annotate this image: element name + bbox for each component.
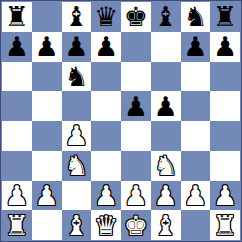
piece-black-knight: ♞ [183, 3, 207, 30]
square-f2[interactable]: ♟ [151, 181, 181, 211]
piece-white-knight: ♞ [154, 152, 178, 179]
square-f3[interactable]: ♞ [151, 151, 181, 181]
square-d7[interactable]: ♟ [91, 32, 121, 62]
square-b8[interactable] [32, 2, 62, 32]
piece-white-king: ♚ [124, 212, 148, 239]
piece-black-rook: ♜ [5, 3, 29, 30]
square-f5[interactable]: ♟ [151, 91, 181, 121]
square-h7[interactable]: ♟ [210, 32, 240, 62]
square-e2[interactable]: ♟ [121, 181, 151, 211]
square-g1[interactable] [181, 210, 211, 240]
square-b2[interactable]: ♟ [32, 181, 62, 211]
square-a4[interactable] [2, 121, 32, 151]
square-b3[interactable] [32, 151, 62, 181]
piece-white-pawn: ♟ [154, 182, 178, 209]
piece-black-knight: ♞ [64, 63, 88, 90]
piece-black-pawn: ♟ [94, 33, 118, 60]
square-h5[interactable] [210, 91, 240, 121]
square-f6[interactable] [151, 62, 181, 92]
square-g7[interactable]: ♟ [181, 32, 211, 62]
square-d3[interactable] [91, 151, 121, 181]
square-h3[interactable] [210, 151, 240, 181]
piece-black-bishop: ♝ [64, 3, 88, 30]
square-c8[interactable]: ♝ [62, 2, 92, 32]
piece-black-pawn: ♟ [5, 33, 29, 60]
square-e5[interactable]: ♟ [121, 91, 151, 121]
square-e4[interactable] [121, 121, 151, 151]
square-b1[interactable] [32, 210, 62, 240]
square-g6[interactable] [181, 62, 211, 92]
piece-white-bishop: ♝ [154, 212, 178, 239]
square-c7[interactable]: ♟ [62, 32, 92, 62]
square-h1[interactable]: ♜ [210, 210, 240, 240]
piece-black-rook: ♜ [213, 3, 237, 30]
piece-white-bishop: ♝ [64, 212, 88, 239]
square-h6[interactable] [210, 62, 240, 92]
square-a8[interactable]: ♜ [2, 2, 32, 32]
square-a7[interactable]: ♟ [2, 32, 32, 62]
square-f1[interactable]: ♝ [151, 210, 181, 240]
piece-white-pawn: ♟ [94, 182, 118, 209]
square-c4[interactable]: ♟ [62, 121, 92, 151]
piece-black-pawn: ♟ [154, 93, 178, 120]
piece-black-pawn: ♟ [213, 33, 237, 60]
square-a6[interactable] [2, 62, 32, 92]
chess-board-grid: ♜♝♛♚♝♞♜♟♟♟♟♟♟♞♟♟♟♞♞♟♟♟♟♟♟♟♜♝♛♚♝♜ [2, 2, 240, 240]
square-d8[interactable]: ♛ [91, 2, 121, 32]
square-g2[interactable]: ♟ [181, 181, 211, 211]
piece-white-pawn: ♟ [213, 182, 237, 209]
chess-board: ♜♝♛♚♝♞♜♟♟♟♟♟♟♞♟♟♟♞♞♟♟♟♟♟♟♟♜♝♛♚♝♜ [0, 0, 242, 242]
piece-black-pawn: ♟ [64, 33, 88, 60]
square-e1[interactable]: ♚ [121, 210, 151, 240]
square-d2[interactable]: ♟ [91, 181, 121, 211]
piece-white-knight: ♞ [64, 152, 88, 179]
square-h2[interactable]: ♟ [210, 181, 240, 211]
piece-black-queen: ♛ [94, 3, 118, 30]
piece-black-pawn: ♟ [124, 93, 148, 120]
square-h8[interactable]: ♜ [210, 2, 240, 32]
piece-white-rook: ♜ [213, 212, 237, 239]
square-f8[interactable]: ♝ [151, 2, 181, 32]
square-c2[interactable] [62, 181, 92, 211]
square-c5[interactable] [62, 91, 92, 121]
square-g4[interactable] [181, 121, 211, 151]
square-d1[interactable]: ♛ [91, 210, 121, 240]
square-b5[interactable] [32, 91, 62, 121]
square-b4[interactable] [32, 121, 62, 151]
square-e6[interactable] [121, 62, 151, 92]
square-d4[interactable] [91, 121, 121, 151]
square-a1[interactable]: ♜ [2, 210, 32, 240]
piece-white-rook: ♜ [5, 212, 29, 239]
piece-black-bishop: ♝ [154, 3, 178, 30]
square-f7[interactable] [151, 32, 181, 62]
piece-white-pawn: ♟ [183, 182, 207, 209]
square-a2[interactable]: ♟ [2, 181, 32, 211]
square-d6[interactable] [91, 62, 121, 92]
square-b6[interactable] [32, 62, 62, 92]
square-h4[interactable] [210, 121, 240, 151]
square-c1[interactable]: ♝ [62, 210, 92, 240]
square-a5[interactable] [2, 91, 32, 121]
piece-white-pawn: ♟ [64, 122, 88, 149]
piece-white-queen: ♛ [94, 212, 118, 239]
square-e7[interactable] [121, 32, 151, 62]
square-e3[interactable] [121, 151, 151, 181]
piece-black-pawn: ♟ [35, 33, 59, 60]
square-g5[interactable] [181, 91, 211, 121]
square-a3[interactable] [2, 151, 32, 181]
piece-black-king: ♚ [124, 3, 148, 30]
square-c3[interactable]: ♞ [62, 151, 92, 181]
piece-black-pawn: ♟ [183, 33, 207, 60]
square-c6[interactable]: ♞ [62, 62, 92, 92]
piece-white-pawn: ♟ [124, 182, 148, 209]
square-b7[interactable]: ♟ [32, 32, 62, 62]
square-d5[interactable] [91, 91, 121, 121]
square-g3[interactable] [181, 151, 211, 181]
square-f4[interactable] [151, 121, 181, 151]
piece-white-pawn: ♟ [5, 182, 29, 209]
square-g8[interactable]: ♞ [181, 2, 211, 32]
square-e8[interactable]: ♚ [121, 2, 151, 32]
piece-white-pawn: ♟ [35, 182, 59, 209]
